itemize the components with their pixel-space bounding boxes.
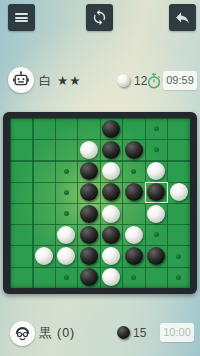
black-stone bbox=[80, 226, 98, 244]
legal-move-hint bbox=[154, 232, 159, 237]
board-cell-b8[interactable] bbox=[33, 267, 56, 288]
board-cell-h4[interactable] bbox=[168, 182, 191, 203]
board-cell-f5[interactable] bbox=[123, 203, 146, 224]
board-cell-f7[interactable] bbox=[123, 246, 146, 267]
board-cell-f6[interactable] bbox=[123, 224, 146, 245]
board-cell-a5[interactable] bbox=[10, 203, 33, 224]
board-cell-g3[interactable] bbox=[145, 161, 168, 182]
legal-move-hint bbox=[64, 169, 69, 174]
black-stone bbox=[80, 268, 98, 286]
board-cell-b2[interactable] bbox=[33, 139, 56, 160]
board-cell-a7[interactable] bbox=[10, 246, 33, 267]
board-cell-d1[interactable] bbox=[78, 118, 101, 139]
opponent-avatar bbox=[8, 67, 34, 93]
sync-icon bbox=[91, 9, 108, 26]
game-screen: 白 ★★ 12 09:59 黒 (0) 15 10:00 bbox=[0, 0, 200, 356]
board-cell-b6[interactable] bbox=[33, 224, 56, 245]
legal-move-hint bbox=[131, 275, 136, 280]
hamburger-icon bbox=[15, 12, 28, 24]
board-cell-g2[interactable] bbox=[145, 139, 168, 160]
board-cell-b3[interactable] bbox=[33, 161, 56, 182]
black-timer: 10:00 bbox=[160, 323, 194, 342]
board-cell-d2[interactable] bbox=[78, 139, 101, 160]
white-stone bbox=[35, 247, 53, 265]
board-cell-a2[interactable] bbox=[10, 139, 33, 160]
black-stone bbox=[102, 226, 120, 244]
black-stone bbox=[80, 247, 98, 265]
black-stone bbox=[102, 120, 120, 138]
board-cell-d8[interactable] bbox=[78, 267, 101, 288]
board-cell-h2[interactable] bbox=[168, 139, 191, 160]
white-stone bbox=[57, 226, 75, 244]
board-cell-h3[interactable] bbox=[168, 161, 191, 182]
white-stone bbox=[102, 247, 120, 265]
white-stone bbox=[102, 205, 120, 223]
board-cell-g7[interactable] bbox=[145, 246, 168, 267]
board-cell-c1[interactable] bbox=[55, 118, 78, 139]
legal-move-hint bbox=[176, 254, 181, 259]
board-cell-c2[interactable] bbox=[55, 139, 78, 160]
legal-move-hint bbox=[176, 275, 181, 280]
opponent-label: 白 ★★ bbox=[39, 66, 81, 96]
black-count: 15 bbox=[133, 318, 146, 348]
white-stone bbox=[147, 162, 165, 180]
white-stone-count-icon bbox=[117, 74, 130, 87]
board-cell-d5[interactable] bbox=[78, 203, 101, 224]
board-cell-f2[interactable] bbox=[123, 139, 146, 160]
human-icon bbox=[12, 323, 33, 344]
menu-button[interactable] bbox=[8, 4, 35, 31]
board-cell-g8[interactable] bbox=[145, 267, 168, 288]
legal-move-hint bbox=[154, 147, 159, 152]
black-stone bbox=[147, 183, 165, 201]
board-cell-h7[interactable] bbox=[168, 246, 191, 267]
board-cell-d3[interactable] bbox=[78, 161, 101, 182]
undo-button[interactable] bbox=[169, 4, 196, 31]
board-cell-a4[interactable] bbox=[10, 182, 33, 203]
opponent-row: 白 ★★ 12 09:59 bbox=[0, 66, 200, 96]
board-cell-b1[interactable] bbox=[33, 118, 56, 139]
board-cell-e8[interactable] bbox=[100, 267, 123, 288]
board-cell-c7[interactable] bbox=[55, 246, 78, 267]
board-cell-f8[interactable] bbox=[123, 267, 146, 288]
white-timer: 09:59 bbox=[163, 71, 197, 90]
white-stone bbox=[57, 247, 75, 265]
board-cell-d7[interactable] bbox=[78, 246, 101, 267]
white-stone bbox=[102, 268, 120, 286]
legal-move-hint bbox=[64, 190, 69, 195]
board-cell-g6[interactable] bbox=[145, 224, 168, 245]
white-stone bbox=[80, 141, 98, 159]
player-avatar bbox=[10, 321, 35, 346]
board-cell-h5[interactable] bbox=[168, 203, 191, 224]
board bbox=[3, 112, 197, 294]
board-grid bbox=[10, 118, 190, 288]
board-cell-b5[interactable] bbox=[33, 203, 56, 224]
black-stone bbox=[80, 162, 98, 180]
player-row: 黒 (0) 15 10:00 bbox=[0, 318, 200, 348]
undo-icon bbox=[174, 9, 191, 26]
black-stone bbox=[125, 141, 143, 159]
black-stone bbox=[125, 247, 143, 265]
board-cell-h6[interactable] bbox=[168, 224, 191, 245]
board-cell-e5[interactable] bbox=[100, 203, 123, 224]
legal-move-hint bbox=[154, 126, 159, 131]
black-stone bbox=[147, 247, 165, 265]
board-cell-h1[interactable] bbox=[168, 118, 191, 139]
white-stone bbox=[125, 226, 143, 244]
board-cell-e3[interactable] bbox=[100, 161, 123, 182]
board-cell-f4[interactable] bbox=[123, 182, 146, 203]
board-cell-f1[interactable] bbox=[123, 118, 146, 139]
board-cell-e7[interactable] bbox=[100, 246, 123, 267]
board-cell-c5[interactable] bbox=[55, 203, 78, 224]
robot-icon bbox=[11, 70, 31, 90]
board-cell-a8[interactable] bbox=[10, 267, 33, 288]
board-cell-e2[interactable] bbox=[100, 139, 123, 160]
board-cell-g4[interactable] bbox=[145, 182, 168, 203]
board-cell-g5[interactable] bbox=[145, 203, 168, 224]
legal-move-hint bbox=[64, 211, 69, 216]
board-cell-a6[interactable] bbox=[10, 224, 33, 245]
white-count: 12 bbox=[134, 66, 147, 96]
legal-move-hint bbox=[64, 275, 69, 280]
board-cell-b7[interactable] bbox=[33, 246, 56, 267]
black-stone bbox=[102, 183, 120, 201]
black-stone-count-icon bbox=[117, 326, 130, 339]
white-stone bbox=[170, 183, 188, 201]
legal-move-hint bbox=[131, 169, 136, 174]
black-stone bbox=[80, 183, 98, 201]
board-cell-h8[interactable] bbox=[168, 267, 191, 288]
board-cell-e4[interactable] bbox=[100, 182, 123, 203]
board-cell-a3[interactable] bbox=[10, 161, 33, 182]
black-stone bbox=[125, 183, 143, 201]
white-stone bbox=[147, 205, 165, 223]
board-cell-a1[interactable] bbox=[10, 118, 33, 139]
board-cell-d4[interactable] bbox=[78, 182, 101, 203]
black-stone bbox=[80, 205, 98, 223]
board-cell-f3[interactable] bbox=[123, 161, 146, 182]
board-cell-c8[interactable] bbox=[55, 267, 78, 288]
restart-button[interactable] bbox=[86, 4, 113, 31]
white-stone bbox=[102, 162, 120, 180]
board-cell-e6[interactable] bbox=[100, 224, 123, 245]
board-cell-e1[interactable] bbox=[100, 118, 123, 139]
stopwatch-icon bbox=[147, 73, 161, 89]
board-cell-g1[interactable] bbox=[145, 118, 168, 139]
board-cell-c4[interactable] bbox=[55, 182, 78, 203]
board-cell-c3[interactable] bbox=[55, 161, 78, 182]
player-label: 黒 (0) bbox=[39, 318, 75, 348]
board-cell-d6[interactable] bbox=[78, 224, 101, 245]
board-cell-b4[interactable] bbox=[33, 182, 56, 203]
black-stone bbox=[102, 141, 120, 159]
board-cell-c6[interactable] bbox=[55, 224, 78, 245]
